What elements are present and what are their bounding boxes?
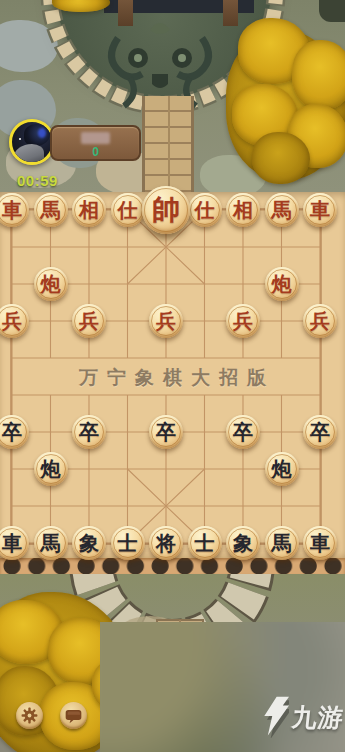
piece-red-soldier[interactable]: 兵 <box>149 304 183 338</box>
piece-black-soldier[interactable]: 卒 <box>149 415 183 449</box>
piece-red-chariot[interactable]: 車 <box>303 193 337 227</box>
piece-black-cannon[interactable]: 炮 <box>34 452 68 486</box>
settings-button[interactable] <box>16 702 43 729</box>
piece-black-general[interactable]: 将 <box>149 526 183 560</box>
piece-black-cannon[interactable]: 炮 <box>265 452 299 486</box>
player-info-panel: 0 <box>50 125 141 161</box>
piece-black-soldier[interactable]: 卒 <box>226 415 260 449</box>
piece-red-advisor[interactable]: 仕 <box>188 193 222 227</box>
jiuyou-logo-icon <box>259 696 289 738</box>
roof-post <box>223 0 238 26</box>
foliage-blob <box>292 40 345 110</box>
piece-black-elephant[interactable]: 象 <box>72 526 106 560</box>
foliage-blob <box>252 132 310 184</box>
piece-black-elephant[interactable]: 象 <box>226 526 260 560</box>
xiangqi-game-screen: 0 00:59 万宁象棋大招版 車馬相仕帥仕相馬車炮炮兵兵兵兵兵卒卒卒卒卒炮炮車… <box>0 0 345 752</box>
piece-red-elephant[interactable]: 相 <box>226 193 260 227</box>
piece-red-cannon[interactable]: 炮 <box>265 267 299 301</box>
piece-red-cannon[interactable]: 炮 <box>34 267 68 301</box>
board-surface[interactable]: 万宁象棋大招版 車馬相仕帥仕相馬車炮炮兵兵兵兵兵卒卒卒卒卒炮炮車馬象士将士象馬車 <box>0 192 345 558</box>
piece-red-soldier[interactable]: 兵 <box>72 304 106 338</box>
player-name-blurred <box>81 132 110 144</box>
piece-black-chariot[interactable]: 車 <box>303 526 337 560</box>
piece-black-soldier[interactable]: 卒 <box>303 415 337 449</box>
avatar-art <box>19 138 21 140</box>
piece-black-soldier[interactable]: 卒 <box>72 415 106 449</box>
river-brand-text: 万宁象棋大招版 <box>0 365 345 389</box>
piece-black-horse[interactable]: 馬 <box>265 526 299 560</box>
piece-red-general[interactable]: 帥 <box>142 186 190 234</box>
stone-path <box>142 96 194 192</box>
jiuyou-watermark: 九游 <box>259 696 344 738</box>
top-courtyard-scene: 0 00:59 <box>0 0 345 192</box>
avatar-art <box>24 124 50 146</box>
bottom-courtyard-scene: 九游 <box>0 574 345 752</box>
jiuyou-logo-text: 九游 <box>290 701 345 734</box>
piece-red-soldier[interactable]: 兵 <box>303 304 337 338</box>
xiangqi-board[interactable]: 万宁象棋大招版 車馬相仕帥仕相馬車炮炮兵兵兵兵兵卒卒卒卒卒炮炮車馬象士将士象馬車 <box>0 192 345 574</box>
move-timer: 00:59 <box>17 172 58 189</box>
roof-post <box>118 0 133 26</box>
chat-bubble-icon <box>65 708 82 724</box>
piece-black-advisor[interactable]: 士 <box>188 526 222 560</box>
piece-red-elephant[interactable]: 相 <box>72 193 106 227</box>
piece-red-soldier[interactable]: 兵 <box>226 304 260 338</box>
gear-icon <box>20 706 39 725</box>
piece-red-horse[interactable]: 馬 <box>265 193 299 227</box>
player-score: 0 <box>52 145 139 159</box>
piece-black-advisor[interactable]: 士 <box>111 526 145 560</box>
board-bottom-ledge <box>0 558 345 574</box>
player-avatar[interactable] <box>9 119 55 165</box>
piece-black-horse[interactable]: 馬 <box>34 526 68 560</box>
piece-red-horse[interactable]: 馬 <box>34 193 68 227</box>
piece-red-advisor[interactable]: 仕 <box>111 193 145 227</box>
corner-structure <box>319 0 345 22</box>
avatar-art <box>38 128 46 138</box>
chat-button[interactable] <box>60 702 87 729</box>
